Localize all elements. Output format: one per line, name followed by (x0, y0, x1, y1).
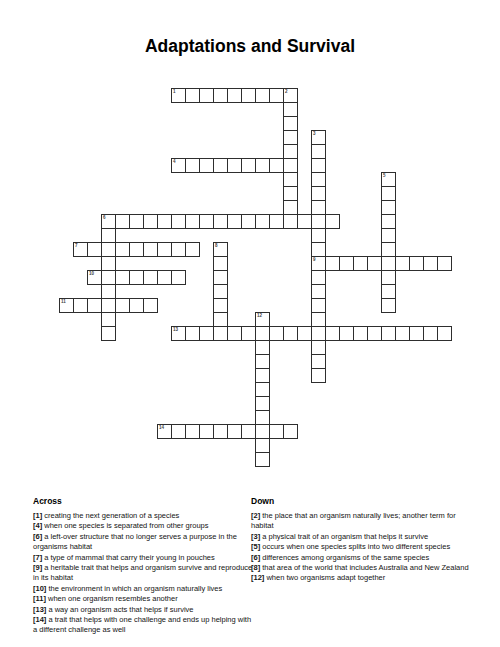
grid-cell[interactable] (101, 326, 116, 341)
clue-number: 2 (285, 89, 288, 94)
grid-cell[interactable]: 5 (381, 172, 396, 187)
clue-item: [2] the place that an organism naturally… (251, 511, 473, 532)
grid-cell[interactable]: 8 (213, 242, 228, 257)
grid-cell[interactable] (213, 270, 228, 285)
down-clues-section: Down [2] the place that an organism natu… (251, 496, 473, 584)
across-clues-section: Across [1] creating the next generation … (33, 496, 255, 636)
grid-cell[interactable] (185, 424, 200, 439)
clue-item-number: [6] (33, 532, 42, 541)
grid-cell[interactable] (325, 326, 340, 341)
grid-cell[interactable] (283, 116, 298, 131)
grid-cell[interactable] (311, 284, 326, 299)
clue-number: 7 (75, 243, 78, 248)
grid-cell[interactable] (255, 88, 270, 103)
grid-cell[interactable] (241, 214, 256, 229)
clue-item-number: [10] (33, 584, 46, 593)
grid-cell[interactable] (423, 256, 438, 271)
grid-cell[interactable] (171, 270, 186, 285)
grid-cell[interactable] (227, 88, 242, 103)
grid-cell[interactable] (115, 270, 130, 285)
grid-cell[interactable] (157, 242, 172, 257)
grid-cell[interactable] (129, 242, 144, 257)
grid-cell[interactable] (311, 368, 326, 383)
grid-cell[interactable] (213, 312, 228, 327)
clue-number: 5 (383, 173, 386, 178)
grid-cell[interactable] (185, 88, 200, 103)
grid-cell[interactable] (283, 172, 298, 187)
grid-cell[interactable] (255, 354, 270, 369)
grid-cell[interactable]: 4 (171, 158, 186, 173)
grid-cell[interactable] (311, 340, 326, 355)
grid-cell[interactable] (311, 228, 326, 243)
grid-cell[interactable] (157, 214, 172, 229)
across-clue-list: [1] creating the next generation of a sp… (33, 511, 255, 636)
grid-cell[interactable]: 7 (73, 242, 88, 257)
clue-item: [4] when one species is separated from o… (33, 521, 255, 531)
grid-cell[interactable] (143, 214, 158, 229)
grid-cell[interactable]: 10 (87, 270, 102, 285)
grid-cell[interactable] (143, 270, 158, 285)
grid-cell[interactable] (297, 326, 312, 341)
grid-cell[interactable] (115, 242, 130, 257)
clue-item: [12] when two organisms adapt together (251, 573, 473, 583)
grid-cell[interactable] (339, 326, 354, 341)
grid-cell[interactable] (381, 256, 396, 271)
clue-item-number: [9] (33, 563, 42, 572)
grid-cell[interactable] (255, 326, 270, 341)
grid-cell[interactable] (213, 298, 228, 313)
clue-number: 13 (173, 327, 178, 332)
grid-cell[interactable] (129, 270, 144, 285)
clue-item-number: [14] (33, 615, 46, 624)
clue-item-number: [3] (251, 532, 260, 541)
clue-item: [13] a way an organism acts that helps i… (33, 605, 255, 615)
grid-cell[interactable] (311, 158, 326, 173)
grid-cell[interactable] (171, 424, 186, 439)
grid-cell[interactable] (255, 368, 270, 383)
grid-cell[interactable] (437, 326, 452, 341)
clue-item-number: [6] (251, 553, 260, 562)
grid-cell[interactable] (241, 158, 256, 173)
grid-cell[interactable] (213, 88, 228, 103)
clue-number: 9 (313, 257, 316, 262)
clue-item-number: [7] (33, 553, 42, 562)
grid-cell[interactable] (157, 270, 172, 285)
clue-item-number: [11] (33, 594, 46, 603)
grid-cell[interactable] (213, 158, 228, 173)
grid-cell[interactable] (101, 270, 116, 285)
grid-cell[interactable] (283, 186, 298, 201)
clue-item-number: [13] (33, 605, 46, 614)
grid-cell[interactable] (269, 326, 284, 341)
grid-cell[interactable] (283, 424, 298, 439)
grid-cell[interactable] (241, 424, 256, 439)
grid-cell[interactable] (311, 312, 326, 327)
clue-item-number: [5] (251, 542, 260, 551)
clue-item: [3] a physical trait of an organism that… (251, 532, 473, 542)
grid-cell[interactable] (255, 424, 270, 439)
grid-cell[interactable] (227, 326, 242, 341)
grid-cell[interactable] (199, 326, 214, 341)
clue-number: 3 (313, 131, 316, 136)
grid-cell[interactable] (227, 214, 242, 229)
grid-cell[interactable] (381, 298, 396, 313)
grid-cell[interactable] (269, 158, 284, 173)
grid-cell[interactable] (199, 214, 214, 229)
grid-cell[interactable] (381, 326, 396, 341)
clue-number: 10 (89, 271, 94, 276)
grid-cell[interactable] (255, 340, 270, 355)
grid-cell[interactable] (227, 158, 242, 173)
grid-cell[interactable] (171, 214, 186, 229)
grid-cell[interactable] (283, 158, 298, 173)
grid-cell[interactable] (353, 326, 368, 341)
clue-item: [8] that area of the world that includes… (251, 563, 473, 573)
grid-cell[interactable] (423, 326, 438, 341)
grid-cell[interactable] (381, 214, 396, 229)
grid-cell[interactable] (101, 228, 116, 243)
grid-cell[interactable] (171, 242, 186, 257)
clue-item-number: [2] (251, 511, 260, 520)
grid-cell[interactable] (283, 200, 298, 215)
grid-cell[interactable] (213, 424, 228, 439)
grid-cell[interactable] (283, 214, 298, 229)
grid-cell[interactable] (185, 158, 200, 173)
puzzle-title: Adaptations and Survival (0, 36, 500, 57)
grid-cell[interactable] (73, 298, 88, 313)
grid-cell[interactable] (101, 312, 116, 327)
grid-cell[interactable] (311, 270, 326, 285)
grid-cell[interactable] (255, 158, 270, 173)
grid-cell[interactable] (381, 242, 396, 257)
down-clue-list: [2] the place that an organism naturally… (251, 511, 473, 584)
grid-cell[interactable] (129, 214, 144, 229)
grid-cell[interactable] (409, 326, 424, 341)
down-header: Down (251, 496, 473, 506)
grid-cell[interactable] (311, 144, 326, 159)
grid-cell[interactable] (311, 214, 326, 229)
clue-item-number: [4] (33, 521, 42, 530)
grid-cell[interactable]: 13 (171, 326, 186, 341)
grid-cell[interactable] (269, 214, 284, 229)
grid-cell[interactable] (101, 284, 116, 299)
grid-cell[interactable] (297, 214, 312, 229)
clue-item: [7] a type of mammal that carry their yo… (33, 553, 255, 563)
grid-cell[interactable]: 12 (255, 312, 270, 327)
grid-cell[interactable] (283, 144, 298, 159)
grid-cell[interactable]: 14 (157, 424, 172, 439)
grid-cell[interactable] (101, 256, 116, 271)
grid-cell[interactable] (437, 256, 452, 271)
grid-cell[interactable] (213, 284, 228, 299)
grid-cell[interactable] (255, 382, 270, 397)
grid-cell[interactable] (395, 326, 410, 341)
grid-cell[interactable] (143, 242, 158, 257)
across-header: Across (33, 496, 255, 506)
clue-item: [11] when one organism resembles another (33, 594, 255, 604)
grid-cell[interactable] (381, 284, 396, 299)
grid-cell[interactable]: 2 (283, 88, 298, 103)
clue-item: [1] creating the next generation of a sp… (33, 511, 255, 521)
grid-cell[interactable] (381, 186, 396, 201)
grid-cell[interactable] (311, 242, 326, 257)
grid-cell[interactable] (199, 88, 214, 103)
grid-cell[interactable] (227, 424, 242, 439)
grid-cell[interactable]: 6 (101, 214, 116, 229)
clue-item: [5] occurs when one species splits into … (251, 542, 473, 552)
grid-cell[interactable] (311, 172, 326, 187)
grid-cell[interactable] (213, 256, 228, 271)
grid-cell[interactable] (185, 214, 200, 229)
grid-cell[interactable] (115, 214, 130, 229)
grid-cell[interactable] (199, 158, 214, 173)
grid-cell[interactable] (269, 424, 284, 439)
clue-number: 8 (215, 243, 218, 248)
grid-cell[interactable] (311, 326, 326, 341)
grid-cell[interactable] (255, 438, 270, 453)
clue-item: [6] a left-over structure that no longer… (33, 532, 255, 553)
grid-cell[interactable] (185, 242, 200, 257)
grid-cell[interactable] (311, 186, 326, 201)
clue-number: 4 (173, 159, 176, 164)
grid-cell[interactable] (255, 214, 270, 229)
grid-cell[interactable] (185, 326, 200, 341)
grid-cell[interactable] (255, 452, 270, 467)
grid-cell[interactable] (143, 298, 158, 313)
clue-number: 11 (61, 299, 66, 304)
grid-cell[interactable] (381, 228, 396, 243)
grid-cell[interactable] (381, 270, 396, 285)
clue-item: [6] differences among organisms of the s… (251, 553, 473, 563)
grid-cell[interactable] (339, 256, 354, 271)
grid-cell[interactable] (115, 298, 130, 313)
grid-cell[interactable]: 11 (59, 298, 74, 313)
grid-cell[interactable] (241, 326, 256, 341)
clue-item: [14] a trait that helps with one challen… (33, 615, 255, 636)
grid-cell[interactable] (311, 354, 326, 369)
clue-item: [9] a heritable trait that helps and org… (33, 563, 255, 584)
grid-cell[interactable] (213, 326, 228, 341)
clue-item-number: [12] (251, 573, 264, 582)
grid-cell[interactable] (255, 396, 270, 411)
grid-cell[interactable] (311, 298, 326, 313)
clue-number: 1 (173, 89, 176, 94)
grid-cell[interactable] (353, 256, 368, 271)
grid-cell[interactable] (101, 298, 116, 313)
grid-cell[interactable] (213, 214, 228, 229)
grid-cell[interactable] (199, 424, 214, 439)
grid-cell[interactable] (325, 214, 340, 229)
clue-number: 12 (257, 313, 262, 318)
grid-cell[interactable] (283, 102, 298, 117)
clue-item-number: [1] (33, 511, 42, 520)
grid-cell[interactable] (325, 256, 340, 271)
clue-item: [10] the environment in which an organis… (33, 584, 255, 594)
grid-cell[interactable] (255, 410, 270, 425)
grid-cell[interactable] (269, 88, 284, 103)
grid-cell[interactable] (283, 326, 298, 341)
grid-cell[interactable] (367, 256, 382, 271)
grid-cell[interactable] (87, 242, 102, 257)
crossword-worksheet: { "game": "crossword", "title": "Adaptat… (0, 0, 500, 647)
grid-cell[interactable]: 9 (311, 256, 326, 271)
grid-cell[interactable] (87, 298, 102, 313)
grid-cell[interactable] (283, 130, 298, 145)
clue-number: 14 (159, 425, 164, 430)
grid-cell[interactable] (129, 298, 144, 313)
clue-number: 6 (103, 215, 106, 220)
grid-cell[interactable] (409, 256, 424, 271)
grid-cell[interactable] (381, 200, 396, 215)
grid-cell[interactable]: 3 (311, 130, 326, 145)
clue-item-number: [8] (251, 563, 260, 572)
grid-cell[interactable] (241, 88, 256, 103)
grid-cell[interactable] (395, 256, 410, 271)
grid-cell[interactable] (311, 200, 326, 215)
grid-cell[interactable]: 1 (171, 88, 186, 103)
grid-cell[interactable] (101, 242, 116, 257)
grid-cell[interactable] (367, 326, 382, 341)
